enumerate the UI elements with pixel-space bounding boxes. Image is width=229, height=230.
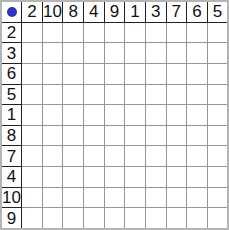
answer-cell[interactable] xyxy=(22,22,43,43)
answer-cell[interactable] xyxy=(63,22,84,43)
answer-cell[interactable] xyxy=(125,22,146,43)
answer-cell[interactable] xyxy=(187,146,208,167)
answer-cell[interactable] xyxy=(22,146,43,167)
answer-cell[interactable] xyxy=(42,84,63,105)
grid-row: 2 xyxy=(1,22,228,43)
answer-cell[interactable] xyxy=(22,208,43,229)
answer-cell[interactable] xyxy=(42,146,63,167)
answer-cell[interactable] xyxy=(145,105,166,126)
answer-cell[interactable] xyxy=(187,22,208,43)
answer-cell[interactable] xyxy=(42,43,63,64)
answer-cell[interactable] xyxy=(207,208,228,229)
grid-row: 4 xyxy=(1,166,228,187)
row-header-cell: 8 xyxy=(1,125,22,146)
grid-row: 5 xyxy=(1,84,228,105)
answer-cell[interactable] xyxy=(166,208,187,229)
answer-cell[interactable] xyxy=(145,187,166,208)
answer-cell[interactable] xyxy=(145,43,166,64)
row-header-cell: 4 xyxy=(1,166,22,187)
answer-cell[interactable] xyxy=(166,22,187,43)
answer-cell[interactable] xyxy=(125,166,146,187)
col-header-cell: 6 xyxy=(187,1,208,22)
answer-cell[interactable] xyxy=(207,166,228,187)
answer-cell[interactable] xyxy=(125,146,146,167)
answer-cell[interactable] xyxy=(104,43,125,64)
answer-cell[interactable] xyxy=(187,84,208,105)
answer-cell[interactable] xyxy=(104,166,125,187)
answer-cell[interactable] xyxy=(207,125,228,146)
answer-cell[interactable] xyxy=(84,208,105,229)
answer-cell[interactable] xyxy=(84,166,105,187)
answer-cell[interactable] xyxy=(207,63,228,84)
grid-row: 8 xyxy=(1,125,228,146)
answer-cell[interactable] xyxy=(22,187,43,208)
answer-cell[interactable] xyxy=(84,84,105,105)
row-header-cell: 2 xyxy=(1,22,22,43)
answer-cell[interactable] xyxy=(166,166,187,187)
col-header-cell: 1 xyxy=(125,1,146,22)
multiplication-grid: 2108491376523651874109 xyxy=(0,0,229,230)
answer-cell[interactable] xyxy=(84,105,105,126)
answer-cell[interactable] xyxy=(63,84,84,105)
answer-cell[interactable] xyxy=(166,84,187,105)
answer-cell[interactable] xyxy=(125,187,146,208)
answer-cell[interactable] xyxy=(145,63,166,84)
answer-cell[interactable] xyxy=(84,43,105,64)
answer-cell[interactable] xyxy=(84,146,105,167)
grid-row: 10 xyxy=(1,187,228,208)
answer-cell[interactable] xyxy=(125,43,146,64)
answer-cell[interactable] xyxy=(84,125,105,146)
answer-cell[interactable] xyxy=(42,63,63,84)
answer-cell[interactable] xyxy=(125,105,146,126)
answer-cell[interactable] xyxy=(187,63,208,84)
answer-cell[interactable] xyxy=(42,208,63,229)
grid-row: 6 xyxy=(1,63,228,84)
answer-cell[interactable] xyxy=(104,187,125,208)
answer-cell[interactable] xyxy=(125,208,146,229)
col-header-cell: 4 xyxy=(84,1,105,22)
answer-cell[interactable] xyxy=(207,146,228,167)
answer-cell[interactable] xyxy=(207,43,228,64)
col-header-cell: 2 xyxy=(22,1,43,22)
answer-cell[interactable] xyxy=(22,43,43,64)
answer-cell[interactable] xyxy=(63,125,84,146)
col-header-cell: 10 xyxy=(42,1,63,22)
answer-cell[interactable] xyxy=(63,63,84,84)
answer-cell[interactable] xyxy=(145,146,166,167)
grid-row: 9 xyxy=(1,208,228,229)
answer-cell[interactable] xyxy=(166,63,187,84)
answer-cell[interactable] xyxy=(187,166,208,187)
answer-cell[interactable] xyxy=(145,84,166,105)
col-header-row: 21084913765 xyxy=(1,1,228,22)
answer-cell[interactable] xyxy=(104,125,125,146)
answer-cell[interactable] xyxy=(104,22,125,43)
blue-dot-icon xyxy=(7,7,17,17)
row-header-cell: 10 xyxy=(1,187,22,208)
row-header-cell: 5 xyxy=(1,84,22,105)
row-header-cell: 7 xyxy=(1,146,22,167)
answer-cell[interactable] xyxy=(22,125,43,146)
answer-cell[interactable] xyxy=(207,105,228,126)
answer-cell[interactable] xyxy=(84,63,105,84)
answer-cell[interactable] xyxy=(187,105,208,126)
multiplication-grid-body: 2108491376523651874109 xyxy=(1,1,228,229)
row-header-cell: 1 xyxy=(1,105,22,126)
answer-cell[interactable] xyxy=(166,125,187,146)
answer-cell[interactable] xyxy=(104,105,125,126)
col-header-cell: 5 xyxy=(207,1,228,22)
row-header-cell: 3 xyxy=(1,43,22,64)
answer-cell[interactable] xyxy=(166,105,187,126)
answer-cell[interactable] xyxy=(63,166,84,187)
col-header-cell: 3 xyxy=(145,1,166,22)
answer-cell[interactable] xyxy=(207,84,228,105)
answer-cell[interactable] xyxy=(42,187,63,208)
answer-cell[interactable] xyxy=(42,22,63,43)
grid-row: 7 xyxy=(1,146,228,167)
answer-cell[interactable] xyxy=(63,146,84,167)
answer-cell[interactable] xyxy=(145,208,166,229)
answer-cell[interactable] xyxy=(84,22,105,43)
answer-cell[interactable] xyxy=(145,166,166,187)
answer-cell[interactable] xyxy=(104,63,125,84)
answer-cell[interactable] xyxy=(104,84,125,105)
answer-cell[interactable] xyxy=(187,125,208,146)
row-header-cell: 9 xyxy=(1,208,22,229)
corner-cell xyxy=(1,1,22,22)
col-header-cell: 8 xyxy=(63,1,84,22)
answer-cell[interactable] xyxy=(22,166,43,187)
answer-cell[interactable] xyxy=(166,43,187,64)
answer-cell[interactable] xyxy=(145,22,166,43)
col-header-cell: 9 xyxy=(104,1,125,22)
answer-cell[interactable] xyxy=(63,43,84,64)
answer-cell[interactable] xyxy=(187,208,208,229)
answer-cell[interactable] xyxy=(22,84,43,105)
answer-cell[interactable] xyxy=(125,84,146,105)
answer-cell[interactable] xyxy=(145,125,166,146)
answer-cell[interactable] xyxy=(166,146,187,167)
answer-cell[interactable] xyxy=(42,105,63,126)
answer-cell[interactable] xyxy=(63,105,84,126)
answer-cell[interactable] xyxy=(166,187,187,208)
answer-cell[interactable] xyxy=(63,187,84,208)
answer-cell[interactable] xyxy=(187,43,208,64)
answer-cell[interactable] xyxy=(104,208,125,229)
row-header-cell: 6 xyxy=(1,63,22,84)
grid-row: 1 xyxy=(1,105,228,126)
answer-cell[interactable] xyxy=(207,22,228,43)
col-header-cell: 7 xyxy=(166,1,187,22)
answer-cell[interactable] xyxy=(207,187,228,208)
answer-cell[interactable] xyxy=(187,187,208,208)
answer-cell[interactable] xyxy=(104,146,125,167)
answer-cell[interactable] xyxy=(42,166,63,187)
answer-cell[interactable] xyxy=(63,208,84,229)
answer-cell[interactable] xyxy=(42,125,63,146)
answer-cell[interactable] xyxy=(22,105,43,126)
answer-cell[interactable] xyxy=(84,187,105,208)
grid-row: 3 xyxy=(1,43,228,64)
answer-cell[interactable] xyxy=(125,63,146,84)
answer-cell[interactable] xyxy=(125,125,146,146)
answer-cell[interactable] xyxy=(22,63,43,84)
